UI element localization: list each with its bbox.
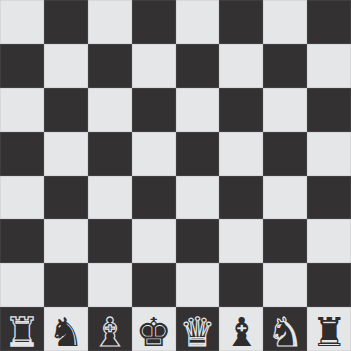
square-e7[interactable] — [176, 44, 220, 88]
square-f6[interactable] — [219, 88, 263, 132]
square-h4[interactable] — [307, 176, 351, 220]
square-f1[interactable]: ♝ — [219, 307, 263, 351]
square-e6[interactable] — [176, 88, 220, 132]
square-c8[interactable] — [88, 0, 132, 44]
square-a3[interactable] — [0, 219, 44, 263]
square-a6[interactable] — [0, 88, 44, 132]
black-queen[interactable]: ♛ — [180, 312, 216, 351]
square-d2[interactable] — [132, 263, 176, 307]
square-c4[interactable] — [88, 176, 132, 220]
black-bishop[interactable]: ♝ — [92, 312, 128, 351]
square-g1[interactable]: ♞ — [263, 307, 307, 351]
square-e2[interactable] — [176, 263, 220, 307]
square-h6[interactable] — [307, 88, 351, 132]
square-g2[interactable] — [263, 263, 307, 307]
square-h7[interactable] — [307, 44, 351, 88]
black-bishop[interactable]: ♝ — [223, 312, 259, 351]
square-f3[interactable] — [219, 219, 263, 263]
square-d6[interactable] — [132, 88, 176, 132]
square-a8[interactable] — [0, 0, 44, 44]
black-knight[interactable]: ♞ — [267, 312, 303, 351]
black-rook[interactable]: ♜ — [311, 312, 347, 351]
square-g8[interactable] — [263, 0, 307, 44]
black-knight[interactable]: ♞ — [48, 312, 84, 351]
square-h1[interactable]: ♜ — [307, 307, 351, 351]
square-b5[interactable] — [44, 132, 88, 176]
square-h5[interactable] — [307, 132, 351, 176]
chessboard: ♜♞♝♚♛♝♞♜ — [0, 0, 351, 351]
square-f5[interactable] — [219, 132, 263, 176]
square-e5[interactable] — [176, 132, 220, 176]
square-f8[interactable] — [219, 0, 263, 44]
square-d8[interactable] — [132, 0, 176, 44]
square-h3[interactable] — [307, 219, 351, 263]
square-c3[interactable] — [88, 219, 132, 263]
square-c6[interactable] — [88, 88, 132, 132]
square-g3[interactable] — [263, 219, 307, 263]
square-d7[interactable] — [132, 44, 176, 88]
square-f4[interactable] — [219, 176, 263, 220]
square-f2[interactable] — [219, 263, 263, 307]
square-a7[interactable] — [0, 44, 44, 88]
square-c1[interactable]: ♝ — [88, 307, 132, 351]
square-h2[interactable] — [307, 263, 351, 307]
square-b7[interactable] — [44, 44, 88, 88]
square-f7[interactable] — [219, 44, 263, 88]
square-d3[interactable] — [132, 219, 176, 263]
square-a5[interactable] — [0, 132, 44, 176]
square-b8[interactable] — [44, 0, 88, 44]
square-c5[interactable] — [88, 132, 132, 176]
square-e4[interactable] — [176, 176, 220, 220]
square-e8[interactable] — [176, 0, 220, 44]
square-a4[interactable] — [0, 176, 44, 220]
square-e3[interactable] — [176, 219, 220, 263]
square-e1[interactable]: ♛ — [176, 307, 220, 351]
square-g4[interactable] — [263, 176, 307, 220]
square-b3[interactable] — [44, 219, 88, 263]
square-b6[interactable] — [44, 88, 88, 132]
square-b1[interactable]: ♞ — [44, 307, 88, 351]
square-c7[interactable] — [88, 44, 132, 88]
square-h8[interactable] — [307, 0, 351, 44]
square-d5[interactable] — [132, 132, 176, 176]
square-b2[interactable] — [44, 263, 88, 307]
square-c2[interactable] — [88, 263, 132, 307]
square-a2[interactable] — [0, 263, 44, 307]
black-king[interactable]: ♚ — [136, 312, 172, 351]
square-g5[interactable] — [263, 132, 307, 176]
square-b4[interactable] — [44, 176, 88, 220]
square-d4[interactable] — [132, 176, 176, 220]
square-g7[interactable] — [263, 44, 307, 88]
square-d1[interactable]: ♚ — [132, 307, 176, 351]
square-a1[interactable]: ♜ — [0, 307, 44, 351]
black-rook[interactable]: ♜ — [4, 312, 40, 351]
square-g6[interactable] — [263, 88, 307, 132]
